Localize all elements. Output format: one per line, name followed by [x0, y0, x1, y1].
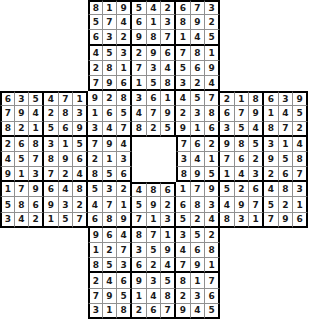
sudoku-cell-r15c21[interactable]: 6: [293, 213, 308, 228]
sudoku-cell-r7c7[interactable]: 9: [88, 91, 103, 106]
sudoku-cell-r15c2[interactable]: 4: [15, 213, 30, 228]
sudoku-cell-r21c13[interactable]: 9: [176, 304, 191, 319]
sudoku-cell-r18c9[interactable]: 3: [117, 258, 132, 273]
sudoku-cell-r8c14[interactable]: 3: [191, 106, 206, 121]
sudoku-cell-r7c4[interactable]: 4: [44, 91, 59, 106]
sudoku-cell-r9c20[interactable]: 7: [279, 122, 294, 137]
sudoku-cell-r19c7[interactable]: 2: [88, 273, 103, 288]
sudoku-cell-r17c12[interactable]: 9: [161, 243, 176, 258]
sudoku-cell-r16c11[interactable]: 7: [147, 228, 162, 243]
sudoku-cell-r8c6[interactable]: 3: [73, 106, 88, 121]
sudoku-cell-r20c13[interactable]: 2: [176, 289, 191, 304]
sudoku-cell-r1c8[interactable]: 1: [103, 0, 118, 15]
sudoku-cell-r15c18[interactable]: 1: [249, 213, 264, 228]
sudoku-cell-r2c14[interactable]: 9: [191, 15, 206, 30]
sudoku-cell-r11c21[interactable]: 8: [293, 152, 308, 167]
sudoku-cell-r15c12[interactable]: 3: [161, 213, 176, 228]
sudoku-cell-r1c13[interactable]: 6: [176, 0, 191, 15]
sudoku-cell-r11c9[interactable]: 3: [117, 152, 132, 167]
sudoku-cell-r9c12[interactable]: 5: [161, 122, 176, 137]
sudoku-cell-r5c15[interactable]: 9: [205, 61, 220, 76]
sudoku-cell-r4c15[interactable]: 1: [205, 46, 220, 61]
sudoku-cell-r2c13[interactable]: 8: [176, 15, 191, 30]
sudoku-cell-r12c17[interactable]: 4: [235, 167, 250, 182]
sudoku-cell-r8c15[interactable]: 8: [205, 106, 220, 121]
sudoku-cell-r8c17[interactable]: 7: [235, 106, 250, 121]
sudoku-cell-r16c7[interactable]: 9: [88, 228, 103, 243]
sudoku-cell-r7c8[interactable]: 2: [103, 91, 118, 106]
sudoku-cell-r13c18[interactable]: 6: [249, 182, 264, 197]
sudoku-cell-r18c7[interactable]: 8: [88, 258, 103, 273]
sudoku-cell-r12c16[interactable]: 1: [220, 167, 235, 182]
sudoku-cell-r20c14[interactable]: 3: [191, 289, 206, 304]
sudoku-cell-r17c15[interactable]: 8: [205, 243, 220, 258]
sudoku-cell-r10c15[interactable]: 2: [205, 137, 220, 152]
sudoku-cell-r7c18[interactable]: 8: [249, 91, 264, 106]
empty-region: [264, 289, 279, 304]
sudoku-cell-r1c7[interactable]: 8: [88, 0, 103, 15]
sudoku-cell-r18c10[interactable]: 6: [132, 258, 147, 273]
sudoku-cell-r8c18[interactable]: 9: [249, 106, 264, 121]
sudoku-cell-r19c12[interactable]: 5: [161, 273, 176, 288]
sudoku-cell-r10c7[interactable]: 7: [88, 137, 103, 152]
sudoku-cell-r11c13[interactable]: 3: [176, 152, 191, 167]
sudoku-cell-r7c17[interactable]: 1: [235, 91, 250, 106]
sudoku-cell-r1c9[interactable]: 9: [117, 0, 132, 15]
sudoku-cell-r13c16[interactable]: 5: [220, 182, 235, 197]
sudoku-cell-r2c9[interactable]: 4: [117, 15, 132, 30]
sudoku-cell-r10c18[interactable]: 5: [249, 137, 264, 152]
sudoku-cell-r20c11[interactable]: 4: [147, 289, 162, 304]
sudoku-cell-r1c11[interactable]: 4: [147, 0, 162, 15]
sudoku-cell-r9c16[interactable]: 3: [220, 122, 235, 137]
sudoku-cell-r15c20[interactable]: 9: [279, 213, 294, 228]
sudoku-cell-r8c1[interactable]: 7: [0, 106, 15, 121]
sudoku-cell-r13c4[interactable]: 6: [44, 182, 59, 197]
sudoku-cell-r18c15[interactable]: 1: [205, 258, 220, 273]
sudoku-cell-r9c17[interactable]: 5: [235, 122, 250, 137]
sudoku-cell-r2c11[interactable]: 1: [147, 15, 162, 30]
empty-region: [220, 61, 235, 76]
sudoku-cell-r3c9[interactable]: 2: [117, 30, 132, 45]
sudoku-cell-r15c15[interactable]: 4: [205, 213, 220, 228]
sudoku-cell-r4c9[interactable]: 3: [117, 46, 132, 61]
sudoku-cell-r7c5[interactable]: 7: [59, 91, 74, 106]
sudoku-cell-r16c14[interactable]: 5: [191, 228, 206, 243]
sudoku-cell-r13c13[interactable]: 1: [176, 182, 191, 197]
sudoku-cell-r12c15[interactable]: 5: [205, 167, 220, 182]
sudoku-cell-r16c15[interactable]: 2: [205, 228, 220, 243]
sudoku-cell-r13c6[interactable]: 8: [73, 182, 88, 197]
sudoku-cell-r9c7[interactable]: 3: [88, 122, 103, 137]
sudoku-cell-r12c5[interactable]: 2: [59, 167, 74, 182]
sudoku-cell-r19c14[interactable]: 1: [191, 273, 206, 288]
sudoku-cell-r14c7[interactable]: 4: [88, 197, 103, 212]
sudoku-cell-r20c12[interactable]: 8: [161, 289, 176, 304]
empty-region: [249, 46, 264, 61]
sudoku-cell-r16c8[interactable]: 6: [103, 228, 118, 243]
sudoku-cell-r15c5[interactable]: 5: [59, 213, 74, 228]
sudoku-cell-r17c10[interactable]: 3: [132, 243, 147, 258]
sudoku-cell-r10c9[interactable]: 4: [117, 137, 132, 152]
sudoku-cell-r10c17[interactable]: 8: [235, 137, 250, 152]
sudoku-cell-r12c2[interactable]: 1: [15, 167, 30, 182]
sudoku-cell-r14c6[interactable]: 2: [73, 197, 88, 212]
sudoku-cell-r15c7[interactable]: 6: [88, 213, 103, 228]
sudoku-cell-r4c8[interactable]: 5: [103, 46, 118, 61]
sudoku-cell-r17c13[interactable]: 4: [176, 243, 191, 258]
sudoku-cell-r7c1[interactable]: 6: [0, 91, 15, 106]
sudoku-cell-r15c6[interactable]: 7: [73, 213, 88, 228]
sudoku-cell-r12c4[interactable]: 7: [44, 167, 59, 182]
sudoku-cell-r21c12[interactable]: 7: [161, 304, 176, 319]
sudoku-cell-r11c8[interactable]: 1: [103, 152, 118, 167]
sudoku-cell-r15c10[interactable]: 7: [132, 213, 147, 228]
sudoku-cell-r19c11[interactable]: 3: [147, 273, 162, 288]
sudoku-cell-r12c18[interactable]: 3: [249, 167, 264, 182]
sudoku-cell-r10c2[interactable]: 6: [15, 137, 30, 152]
sudoku-cell-r11c1[interactable]: 4: [0, 152, 15, 167]
sudoku-cell-r8c16[interactable]: 6: [220, 106, 235, 121]
sudoku-cell-r21c8[interactable]: 1: [103, 304, 118, 319]
sudoku-cell-r3c7[interactable]: 6: [88, 30, 103, 45]
sudoku-cell-r12c20[interactable]: 6: [279, 167, 294, 182]
sudoku-cell-r14c16[interactable]: 4: [220, 197, 235, 212]
sudoku-cell-r14c15[interactable]: 3: [205, 197, 220, 212]
sudoku-cell-r13c7[interactable]: 5: [88, 182, 103, 197]
empty-region: [293, 46, 308, 61]
sudoku-cell-r17c11[interactable]: 5: [147, 243, 162, 258]
sudoku-cell-r9c4[interactable]: 5: [44, 122, 59, 137]
sudoku-cell-r15c16[interactable]: 8: [220, 213, 235, 228]
sudoku-cell-r7c14[interactable]: 5: [191, 91, 206, 106]
sudoku-cell-r15c1[interactable]: 3: [0, 213, 15, 228]
sudoku-cell-r8c13[interactable]: 2: [176, 106, 191, 121]
sudoku-cell-r8c4[interactable]: 2: [44, 106, 59, 121]
sudoku-cell-r3c10[interactable]: 9: [132, 30, 147, 45]
sudoku-cell-r7c3[interactable]: 5: [29, 91, 44, 106]
sudoku-cell-r11c17[interactable]: 6: [235, 152, 250, 167]
sudoku-cell-r15c13[interactable]: 5: [176, 213, 191, 228]
sudoku-cell-r14c2[interactable]: 8: [15, 197, 30, 212]
sudoku-cell-r11c5[interactable]: 9: [59, 152, 74, 167]
sudoku-cell-r9c10[interactable]: 8: [132, 122, 147, 137]
sudoku-cell-r19c8[interactable]: 4: [103, 273, 118, 288]
sudoku-cell-r10c4[interactable]: 3: [44, 137, 59, 152]
sudoku-cell-r15c3[interactable]: 2: [29, 213, 44, 228]
sudoku-cell-r3c14[interactable]: 4: [191, 30, 206, 45]
sudoku-cell-r6c11[interactable]: 5: [147, 76, 162, 91]
sudoku-cell-r18c13[interactable]: 7: [176, 258, 191, 273]
sudoku-cell-r14c13[interactable]: 6: [176, 197, 191, 212]
sudoku-cell-r9c14[interactable]: 1: [191, 122, 206, 137]
sudoku-cell-r7c6[interactable]: 1: [73, 91, 88, 106]
sudoku-cell-r5c12[interactable]: 4: [161, 61, 176, 76]
sudoku-cell-r15c9[interactable]: 9: [117, 213, 132, 228]
sudoku-cell-r9c8[interactable]: 4: [103, 122, 118, 137]
sudoku-cell-r13c20[interactable]: 8: [279, 182, 294, 197]
sudoku-cell-r19c15[interactable]: 7: [205, 273, 220, 288]
sudoku-cell-r7c11[interactable]: 6: [147, 91, 162, 106]
sudoku-cell-r8c12[interactable]: 9: [161, 106, 176, 121]
empty-region: [220, 273, 235, 288]
sudoku-cell-r10c19[interactable]: 3: [264, 137, 279, 152]
sudoku-cell-r21c10[interactable]: 2: [132, 304, 147, 319]
sudoku-cell-r15c14[interactable]: 2: [191, 213, 206, 228]
sudoku-cell-r13c10[interactable]: 4: [132, 182, 147, 197]
sudoku-cell-r11c14[interactable]: 4: [191, 152, 206, 167]
sudoku-cell-r5c7[interactable]: 2: [88, 61, 103, 76]
sudoku-cell-r10c16[interactable]: 9: [220, 137, 235, 152]
sudoku-cell-r14c14[interactable]: 8: [191, 197, 206, 212]
sudoku-cell-r13c11[interactable]: 8: [147, 182, 162, 197]
sudoku-cell-r21c7[interactable]: 3: [88, 304, 103, 319]
sudoku-cell-r12c13[interactable]: 8: [176, 167, 191, 182]
sudoku-cell-r11c15[interactable]: 1: [205, 152, 220, 167]
sudoku-cell-r13c1[interactable]: 1: [0, 182, 15, 197]
sudoku-cell-r4c11[interactable]: 9: [147, 46, 162, 61]
sudoku-cell-r7c12[interactable]: 1: [161, 91, 176, 106]
sudoku-cell-r13c9[interactable]: 2: [117, 182, 132, 197]
sudoku-cell-r4c14[interactable]: 8: [191, 46, 206, 61]
sudoku-cell-r14c12[interactable]: 2: [161, 197, 176, 212]
sudoku-cell-r2c7[interactable]: 5: [88, 15, 103, 30]
sudoku-cell-r14c19[interactable]: 5: [264, 197, 279, 212]
sudoku-cell-r6c9[interactable]: 6: [117, 76, 132, 91]
sudoku-cell-r3c15[interactable]: 5: [205, 30, 220, 45]
sudoku-cell-r8c20[interactable]: 4: [279, 106, 294, 121]
sudoku-cell-r11c4[interactable]: 8: [44, 152, 59, 167]
sudoku-cell-r9c6[interactable]: 9: [73, 122, 88, 137]
sudoku-cell-r1c14[interactable]: 7: [191, 0, 206, 15]
sudoku-cell-r2c10[interactable]: 6: [132, 15, 147, 30]
sudoku-cell-r19c10[interactable]: 9: [132, 273, 147, 288]
sudoku-cell-r10c21[interactable]: 4: [293, 137, 308, 152]
sudoku-cell-r7c15[interactable]: 7: [205, 91, 220, 106]
sudoku-cell-r5c14[interactable]: 6: [191, 61, 206, 76]
sudoku-cell-r11c18[interactable]: 2: [249, 152, 264, 167]
sudoku-cell-r5c13[interactable]: 5: [176, 61, 191, 76]
sudoku-cell-r12c9[interactable]: 6: [117, 167, 132, 182]
sudoku-cell-r4c10[interactable]: 2: [132, 46, 147, 61]
sudoku-cell-r9c11[interactable]: 2: [147, 122, 162, 137]
sudoku-cell-r11c19[interactable]: 9: [264, 152, 279, 167]
sudoku-cell-r14c11[interactable]: 9: [147, 197, 162, 212]
sudoku-cell-r11c20[interactable]: 5: [279, 152, 294, 167]
sudoku-cell-r20c9[interactable]: 5: [117, 289, 132, 304]
sudoku-cell-r5c8[interactable]: 8: [103, 61, 118, 76]
empty-region: [293, 61, 308, 76]
sudoku-cell-r14c8[interactable]: 7: [103, 197, 118, 212]
sudoku-cell-r2c15[interactable]: 2: [205, 15, 220, 30]
sudoku-cell-r10c8[interactable]: 9: [103, 137, 118, 152]
sudoku-cell-r4c12[interactable]: 6: [161, 46, 176, 61]
sudoku-cell-r7c16[interactable]: 2: [220, 91, 235, 106]
sudoku-cell-r14c10[interactable]: 5: [132, 197, 147, 212]
sudoku-cell-r21c9[interactable]: 8: [117, 304, 132, 319]
sudoku-cell-r13c8[interactable]: 3: [103, 182, 118, 197]
sudoku-cell-r17c8[interactable]: 2: [103, 243, 118, 258]
sudoku-cell-r9c5[interactable]: 6: [59, 122, 74, 137]
sudoku-cell-r15c4[interactable]: 1: [44, 213, 59, 228]
sudoku-cell-r3c12[interactable]: 7: [161, 30, 176, 45]
sudoku-cell-r20c10[interactable]: 1: [132, 289, 147, 304]
sudoku-cell-r2c12[interactable]: 3: [161, 15, 176, 30]
sudoku-cell-r17c14[interactable]: 6: [191, 243, 206, 258]
sudoku-cell-r14c4[interactable]: 9: [44, 197, 59, 212]
sudoku-cell-r11c2[interactable]: 5: [15, 152, 30, 167]
sudoku-cell-r5c11[interactable]: 3: [147, 61, 162, 76]
sudoku-cell-r10c13[interactable]: 7: [176, 137, 191, 152]
sudoku-cell-r8c7[interactable]: 1: [88, 106, 103, 121]
sudoku-cell-r14c5[interactable]: 3: [59, 197, 74, 212]
sudoku-cell-r11c7[interactable]: 2: [88, 152, 103, 167]
sudoku-cell-r1c15[interactable]: 3: [205, 0, 220, 15]
sudoku-cell-r17c9[interactable]: 7: [117, 243, 132, 258]
sudoku-cell-r9c15[interactable]: 6: [205, 122, 220, 137]
sudoku-cell-r3c8[interactable]: 3: [103, 30, 118, 45]
empty-region: [249, 304, 264, 319]
sudoku-cell-r8c2[interactable]: 9: [15, 106, 30, 121]
sudoku-cell-r9c21[interactable]: 2: [293, 122, 308, 137]
sudoku-cell-r6c13[interactable]: 3: [176, 76, 191, 91]
sudoku-cell-r21c14[interactable]: 4: [191, 304, 206, 319]
sudoku-cell-r1c12[interactable]: 2: [161, 0, 176, 15]
sudoku-cell-r12c21[interactable]: 7: [293, 167, 308, 182]
sudoku-cell-r12c7[interactable]: 8: [88, 167, 103, 182]
sudoku-cell-r8c5[interactable]: 8: [59, 106, 74, 121]
sudoku-cell-r14c3[interactable]: 6: [29, 197, 44, 212]
sudoku-cell-r8c19[interactable]: 1: [264, 106, 279, 121]
sudoku-cell-r13c14[interactable]: 7: [191, 182, 206, 197]
sudoku-cell-r12c8[interactable]: 5: [103, 167, 118, 182]
sudoku-cell-r10c1[interactable]: 2: [0, 137, 15, 152]
sudoku-cell-r9c1[interactable]: 8: [0, 122, 15, 137]
sudoku-cell-r5c10[interactable]: 7: [132, 61, 147, 76]
sudoku-cell-r14c1[interactable]: 5: [0, 197, 15, 212]
sudoku-cell-r14c20[interactable]: 2: [279, 197, 294, 212]
sudoku-cell-r11c6[interactable]: 6: [73, 152, 88, 167]
sudoku-cell-r8c10[interactable]: 4: [132, 106, 147, 121]
sudoku-cell-r12c1[interactable]: 9: [0, 167, 15, 182]
sudoku-cell-r16c12[interactable]: 1: [161, 228, 176, 243]
sudoku-cell-r7c20[interactable]: 3: [279, 91, 294, 106]
sudoku-cell-r14c18[interactable]: 7: [249, 197, 264, 212]
sudoku-cell-r11c3[interactable]: 7: [29, 152, 44, 167]
sudoku-cell-r1c10[interactable]: 5: [132, 0, 147, 15]
sudoku-cell-r10c5[interactable]: 1: [59, 137, 74, 152]
sudoku-cell-r9c3[interactable]: 1: [29, 122, 44, 137]
sudoku-cell-r8c8[interactable]: 6: [103, 106, 118, 121]
sudoku-cell-r18c11[interactable]: 2: [147, 258, 162, 273]
sudoku-cell-r14c21[interactable]: 1: [293, 197, 308, 212]
sudoku-cell-r13c2[interactable]: 7: [15, 182, 30, 197]
sudoku-cell-r12c14[interactable]: 9: [191, 167, 206, 182]
sudoku-cell-r14c9[interactable]: 1: [117, 197, 132, 212]
empty-region: [73, 15, 88, 30]
sudoku-cell-r9c13[interactable]: 9: [176, 122, 191, 137]
sudoku-cell-r16c9[interactable]: 4: [117, 228, 132, 243]
empty-region: [59, 273, 74, 288]
sudoku-cell-r12c3[interactable]: 3: [29, 167, 44, 182]
sudoku-cell-r21c11[interactable]: 6: [147, 304, 162, 319]
sudoku-cell-r6c14[interactable]: 2: [191, 76, 206, 91]
sudoku-cell-r13c3[interactable]: 9: [29, 182, 44, 197]
empty-region: [293, 228, 308, 243]
sudoku-cell-r6c8[interactable]: 9: [103, 76, 118, 91]
sudoku-cell-r15c11[interactable]: 1: [147, 213, 162, 228]
sudoku-cell-r7c2[interactable]: 3: [15, 91, 30, 106]
sudoku-cell-r12c19[interactable]: 2: [264, 167, 279, 182]
sudoku-cell-r13c19[interactable]: 4: [264, 182, 279, 197]
empty-region: [0, 15, 15, 30]
sudoku-cell-r16c10[interactable]: 8: [132, 228, 147, 243]
sudoku-cell-r18c12[interactable]: 4: [161, 258, 176, 273]
sudoku-cell-r2c8[interactable]: 7: [103, 15, 118, 30]
sudoku-cell-r21c15[interactable]: 5: [205, 304, 220, 319]
sudoku-cell-r8c21[interactable]: 5: [293, 106, 308, 121]
sudoku-cell-r4c13[interactable]: 7: [176, 46, 191, 61]
sudoku-cell-r18c14[interactable]: 9: [191, 258, 206, 273]
sudoku-cell-r9c19[interactable]: 8: [264, 122, 279, 137]
sudoku-cell-r9c9[interactable]: 7: [117, 122, 132, 137]
sudoku-cell-r15c19[interactable]: 7: [264, 213, 279, 228]
sudoku-cell-r10c3[interactable]: 8: [29, 137, 44, 152]
sudoku-cell-r10c14[interactable]: 6: [191, 137, 206, 152]
sudoku-cell-r5c9[interactable]: 1: [117, 61, 132, 76]
sudoku-cell-r10c6[interactable]: 5: [73, 137, 88, 152]
sudoku-cell-r20c15[interactable]: 6: [205, 289, 220, 304]
sudoku-cell-r6c15[interactable]: 4: [205, 76, 220, 91]
sudoku-cell-r19c9[interactable]: 6: [117, 273, 132, 288]
sudoku-cell-r13c17[interactable]: 2: [235, 182, 250, 197]
sudoku-cell-r9c18[interactable]: 4: [249, 122, 264, 137]
sudoku-cell-r10c20[interactable]: 1: [279, 137, 294, 152]
empty-region: [220, 30, 235, 45]
sudoku-cell-r7c9[interactable]: 8: [117, 91, 132, 106]
sudoku-cell-r15c17[interactable]: 3: [235, 213, 250, 228]
sudoku-cell-r12c6[interactable]: 4: [73, 167, 88, 182]
sudoku-cell-r13c21[interactable]: 3: [293, 182, 308, 197]
sudoku-cell-r11c16[interactable]: 7: [220, 152, 235, 167]
sudoku-cell-r4c7[interactable]: 4: [88, 46, 103, 61]
sudoku-cell-r19c13[interactable]: 8: [176, 273, 191, 288]
sudoku-cell-r8c9[interactable]: 5: [117, 106, 132, 121]
sudoku-cell-r7c21[interactable]: 9: [293, 91, 308, 106]
sudoku-cell-r9c2[interactable]: 2: [15, 122, 30, 137]
sudoku-cell-r8c11[interactable]: 7: [147, 106, 162, 121]
sudoku-cell-r14c17[interactable]: 9: [235, 197, 250, 212]
sudoku-cell-r3c13[interactable]: 1: [176, 30, 191, 45]
sudoku-cell-r20c7[interactable]: 7: [88, 289, 103, 304]
sudoku-cell-r6c12[interactable]: 8: [161, 76, 176, 91]
sudoku-cell-r18c8[interactable]: 5: [103, 258, 118, 273]
sudoku-cell-r13c12[interactable]: 6: [161, 182, 176, 197]
sudoku-cell-r7c10[interactable]: 3: [132, 91, 147, 106]
sudoku-cell-r20c8[interactable]: 9: [103, 289, 118, 304]
sudoku-cell-r8c3[interactable]: 4: [29, 106, 44, 121]
sudoku-cell-r13c5[interactable]: 4: [59, 182, 74, 197]
sudoku-cell-r6c7[interactable]: 7: [88, 76, 103, 91]
sudoku-cell-r3c11[interactable]: 8: [147, 30, 162, 45]
sudoku-cell-r7c19[interactable]: 6: [264, 91, 279, 106]
sudoku-cell-r16c13[interactable]: 3: [176, 228, 191, 243]
sudoku-cell-r15c8[interactable]: 8: [103, 213, 118, 228]
sudoku-cell-r6c10[interactable]: 1: [132, 76, 147, 91]
sudoku-cell-r17c7[interactable]: 1: [88, 243, 103, 258]
sudoku-cell-r13c15[interactable]: 9: [205, 182, 220, 197]
sudoku-cell-r7c13[interactable]: 4: [176, 91, 191, 106]
